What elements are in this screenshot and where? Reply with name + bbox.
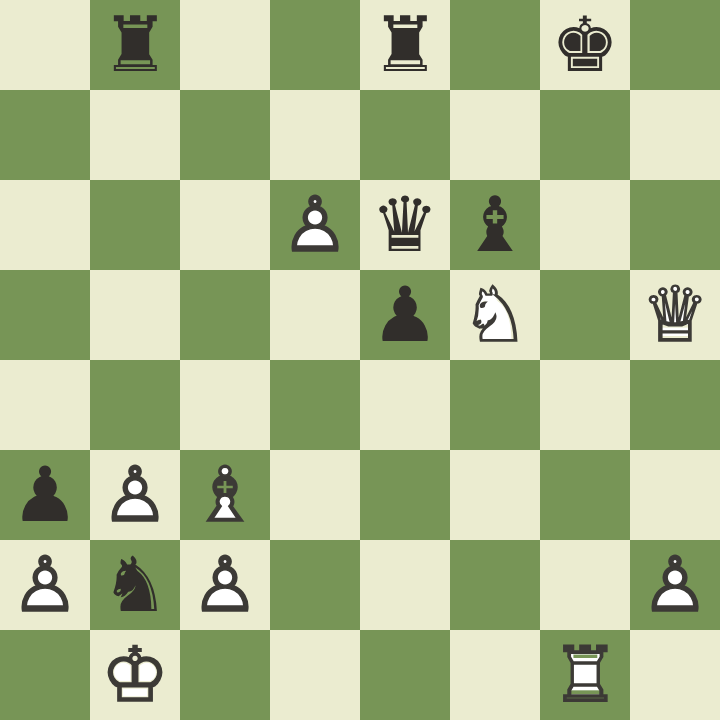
square-d1[interactable] (270, 630, 360, 720)
square-g3[interactable] (540, 450, 630, 540)
square-e4[interactable] (360, 360, 450, 450)
square-a5[interactable] (0, 270, 90, 360)
black-queen-e6[interactable]: ♛ (360, 180, 450, 270)
square-e1[interactable] (360, 630, 450, 720)
black-knight-b2[interactable]: ♞ (90, 540, 180, 630)
square-c7[interactable] (180, 90, 270, 180)
square-g5[interactable] (540, 270, 630, 360)
white-pawn-d6[interactable]: ♟ (270, 180, 360, 270)
white-king-b1[interactable]: ♚ (90, 630, 180, 720)
black-rook-b8[interactable]: ♜ (90, 0, 180, 90)
square-d2[interactable] (270, 540, 360, 630)
square-a7[interactable] (0, 90, 90, 180)
square-h3[interactable] (630, 450, 720, 540)
square-b7[interactable] (90, 90, 180, 180)
square-a4[interactable] (0, 360, 90, 450)
square-b6[interactable] (90, 180, 180, 270)
square-g2[interactable] (540, 540, 630, 630)
square-f7[interactable] (450, 90, 540, 180)
white-queen-h5[interactable]: ♛ (630, 270, 720, 360)
square-g4[interactable] (540, 360, 630, 450)
square-b1[interactable]: ♚ (90, 630, 180, 720)
square-c5[interactable] (180, 270, 270, 360)
square-c3[interactable]: ♝ (180, 450, 270, 540)
square-e8[interactable]: ♜ (360, 0, 450, 90)
square-e7[interactable] (360, 90, 450, 180)
white-knight-f5[interactable]: ♞ (450, 270, 540, 360)
white-pawn-a2[interactable]: ♟ (0, 540, 90, 630)
square-a2[interactable]: ♟ (0, 540, 90, 630)
black-bishop-f6[interactable]: ♝ (450, 180, 540, 270)
square-h1[interactable] (630, 630, 720, 720)
square-d7[interactable] (270, 90, 360, 180)
white-pawn-b3[interactable]: ♟ (90, 450, 180, 540)
square-b5[interactable] (90, 270, 180, 360)
square-d4[interactable] (270, 360, 360, 450)
square-h4[interactable] (630, 360, 720, 450)
square-f2[interactable] (450, 540, 540, 630)
square-b8[interactable]: ♜ (90, 0, 180, 90)
white-rook-g1[interactable]: ♜ (540, 630, 630, 720)
square-g6[interactable] (540, 180, 630, 270)
square-b4[interactable] (90, 360, 180, 450)
black-pawn-e5[interactable]: ♟ (360, 270, 450, 360)
square-f5[interactable]: ♞ (450, 270, 540, 360)
black-pawn-a3[interactable]: ♟ (0, 450, 90, 540)
square-f1[interactable] (450, 630, 540, 720)
white-bishop-c3[interactable]: ♝ (180, 450, 270, 540)
square-e3[interactable] (360, 450, 450, 540)
black-king-g8[interactable]: ♚ (540, 0, 630, 90)
square-g8[interactable]: ♚ (540, 0, 630, 90)
square-f6[interactable]: ♝ (450, 180, 540, 270)
square-f4[interactable] (450, 360, 540, 450)
square-f3[interactable] (450, 450, 540, 540)
square-h7[interactable] (630, 90, 720, 180)
square-f8[interactable] (450, 0, 540, 90)
square-a6[interactable] (0, 180, 90, 270)
black-rook-e8[interactable]: ♜ (360, 0, 450, 90)
square-d5[interactable] (270, 270, 360, 360)
square-d6[interactable]: ♟ (270, 180, 360, 270)
white-pawn-c2[interactable]: ♟ (180, 540, 270, 630)
square-h6[interactable] (630, 180, 720, 270)
square-g1[interactable]: ♜ (540, 630, 630, 720)
square-c6[interactable] (180, 180, 270, 270)
square-e5[interactable]: ♟ (360, 270, 450, 360)
square-g7[interactable] (540, 90, 630, 180)
square-c8[interactable] (180, 0, 270, 90)
square-a3[interactable]: ♟ (0, 450, 90, 540)
square-e2[interactable] (360, 540, 450, 630)
square-h8[interactable] (630, 0, 720, 90)
square-d8[interactable] (270, 0, 360, 90)
square-a1[interactable] (0, 630, 90, 720)
square-b3[interactable]: ♟ (90, 450, 180, 540)
square-a8[interactable] (0, 0, 90, 90)
square-d3[interactable] (270, 450, 360, 540)
square-h5[interactable]: ♛ (630, 270, 720, 360)
square-b2[interactable]: ♞ (90, 540, 180, 630)
square-c2[interactable]: ♟ (180, 540, 270, 630)
square-e6[interactable]: ♛ (360, 180, 450, 270)
square-c4[interactable] (180, 360, 270, 450)
white-pawn-h2[interactable]: ♟ (630, 540, 720, 630)
square-h2[interactable]: ♟ (630, 540, 720, 630)
chess-board: ♜♜♚♟♛♝♟♞♛♟♟♝♟♞♟♟♚♜ (0, 0, 720, 720)
square-c1[interactable] (180, 630, 270, 720)
